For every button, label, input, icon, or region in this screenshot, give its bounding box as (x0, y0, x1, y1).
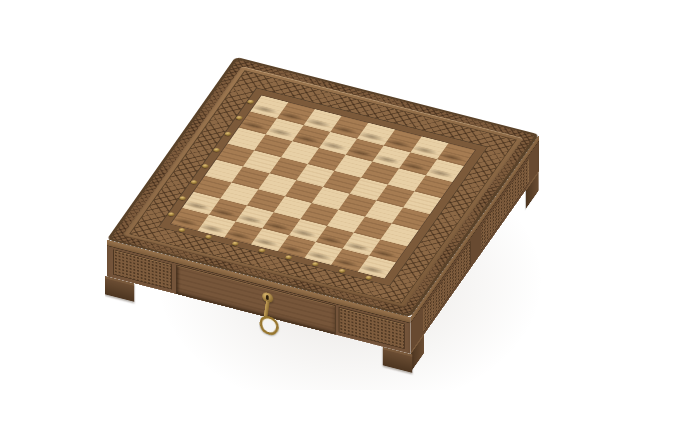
foot-front-left (105, 276, 134, 302)
chess-set-photo: ♜♞♝♛♚♝♞♜♟♟♟♟♟♟♟♟♟♟♟♟♟♟♟♟♜♞♝♛♚♝♞♜ (0, 0, 680, 425)
